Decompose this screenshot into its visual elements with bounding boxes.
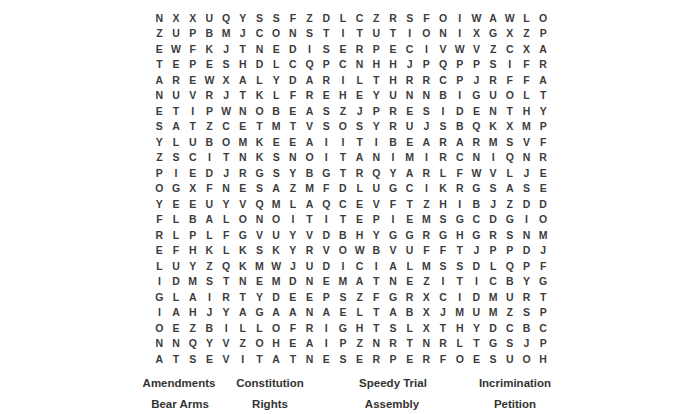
grid-cell[interactable]: G [485, 26, 502, 42]
grid-cell[interactable]: C [251, 26, 268, 42]
grid-cell[interactable]: T [335, 212, 352, 228]
grid-cell[interactable]: R [401, 289, 418, 305]
grid-cell[interactable]: Q [468, 119, 485, 135]
grid-cell[interactable]: U [168, 88, 185, 104]
grid-cell[interactable]: X [501, 119, 518, 135]
grid-cell[interactable]: Y [368, 88, 385, 104]
grid-cell[interactable]: R [385, 103, 402, 119]
grid-cell[interactable]: V [485, 165, 502, 181]
grid-cell[interactable]: A [418, 134, 435, 150]
grid-cell[interactable]: G [501, 212, 518, 228]
grid-cell[interactable]: J [468, 72, 485, 88]
grid-cell[interactable]: T [335, 165, 352, 181]
grid-cell[interactable]: X [184, 10, 201, 26]
grid-cell[interactable]: E [168, 196, 185, 212]
grid-cell[interactable]: L [201, 227, 218, 243]
grid-cell[interactable]: I [518, 212, 535, 228]
grid-cell[interactable]: E [468, 351, 485, 367]
grid-cell[interactable]: J [285, 258, 302, 274]
grid-cell[interactable]: U [468, 305, 485, 321]
grid-cell[interactable]: D [285, 274, 302, 290]
grid-cell[interactable]: D [451, 103, 468, 119]
grid-cell[interactable]: A [168, 119, 185, 135]
grid-cell[interactable]: R [418, 351, 435, 367]
grid-cell[interactable]: C [451, 150, 468, 166]
grid-cell[interactable]: C [351, 258, 368, 274]
grid-cell[interactable]: D [285, 41, 302, 57]
grid-cell[interactable]: P [535, 305, 552, 321]
grid-cell[interactable]: S [335, 289, 352, 305]
grid-cell[interactable]: N [435, 26, 452, 42]
grid-cell[interactable]: F [385, 196, 402, 212]
grid-cell[interactable]: E [468, 103, 485, 119]
grid-cell[interactable]: G [468, 227, 485, 243]
grid-cell[interactable]: E [351, 212, 368, 228]
grid-cell[interactable]: S [335, 351, 352, 367]
grid-cell[interactable]: H [518, 103, 535, 119]
grid-cell[interactable]: H [268, 336, 285, 352]
grid-cell[interactable]: N [351, 57, 368, 73]
grid-cell[interactable]: M [301, 181, 318, 197]
grid-cell[interactable]: N [285, 150, 302, 166]
grid-cell[interactable]: T [151, 57, 168, 73]
grid-cell[interactable]: X [468, 26, 485, 42]
grid-cell[interactable]: G [168, 181, 185, 197]
grid-cell[interactable]: R [535, 150, 552, 166]
grid-cell[interactable]: H [184, 305, 201, 321]
grid-cell[interactable]: Y [218, 196, 235, 212]
grid-cell[interactable]: A [501, 181, 518, 197]
grid-cell[interactable]: E [151, 41, 168, 57]
grid-cell[interactable]: R [485, 72, 502, 88]
grid-cell[interactable]: R [401, 72, 418, 88]
grid-cell[interactable]: Z [351, 336, 368, 352]
grid-cell[interactable]: I [435, 274, 452, 290]
grid-cell[interactable]: Q [251, 196, 268, 212]
grid-cell[interactable]: U [168, 258, 185, 274]
grid-cell[interactable]: O [335, 243, 352, 259]
grid-cell[interactable]: D [335, 181, 352, 197]
grid-cell[interactable]: O [518, 351, 535, 367]
grid-cell[interactable]: H [234, 57, 251, 73]
grid-cell[interactable]: O [535, 212, 552, 228]
grid-cell[interactable]: I [318, 150, 335, 166]
grid-cell[interactable]: U [501, 351, 518, 367]
grid-cell[interactable]: V [468, 41, 485, 57]
grid-cell[interactable]: L [518, 88, 535, 104]
grid-cell[interactable]: P [535, 119, 552, 135]
grid-cell[interactable]: K [251, 88, 268, 104]
grid-cell[interactable]: Q [184, 336, 201, 352]
grid-cell[interactable]: P [368, 41, 385, 57]
grid-cell[interactable]: J [218, 165, 235, 181]
grid-cell[interactable]: N [301, 274, 318, 290]
grid-cell[interactable]: I [168, 165, 185, 181]
grid-cell[interactable]: I [451, 196, 468, 212]
grid-cell[interactable]: F [168, 243, 185, 259]
grid-cell[interactable]: D [318, 10, 335, 26]
grid-cell[interactable]: M [218, 26, 235, 42]
grid-cell[interactable]: R [301, 320, 318, 336]
grid-cell[interactable]: I [318, 336, 335, 352]
grid-cell[interactable]: C [335, 196, 352, 212]
grid-cell[interactable]: S [501, 227, 518, 243]
grid-cell[interactable]: Z [151, 26, 168, 42]
grid-cell[interactable]: L [251, 72, 268, 88]
grid-cell[interactable]: L [518, 10, 535, 26]
grid-cell[interactable]: L [401, 320, 418, 336]
grid-cell[interactable]: E [401, 351, 418, 367]
grid-cell[interactable]: F [201, 181, 218, 197]
grid-cell[interactable]: X [184, 181, 201, 197]
grid-cell[interactable]: Z [501, 196, 518, 212]
grid-cell[interactable]: S [318, 103, 335, 119]
grid-cell[interactable]: O [251, 336, 268, 352]
grid-cell[interactable]: O [251, 103, 268, 119]
grid-cell[interactable]: O [335, 119, 352, 135]
grid-cell[interactable]: R [435, 150, 452, 166]
grid-cell[interactable]: S [451, 258, 468, 274]
grid-cell[interactable]: T [401, 196, 418, 212]
grid-cell[interactable]: F [218, 227, 235, 243]
grid-cell[interactable]: E [535, 181, 552, 197]
grid-cell[interactable]: Y [285, 227, 302, 243]
grid-cell[interactable]: T [234, 289, 251, 305]
grid-cell[interactable]: F [285, 10, 302, 26]
grid-cell[interactable]: A [318, 305, 335, 321]
grid-cell[interactable]: E [285, 289, 302, 305]
grid-cell[interactable]: L [168, 227, 185, 243]
grid-cell[interactable]: A [385, 305, 402, 321]
grid-cell[interactable]: Z [351, 289, 368, 305]
grid-cell[interactable]: V [234, 196, 251, 212]
grid-cell[interactable]: E [318, 274, 335, 290]
grid-cell[interactable]: V [184, 88, 201, 104]
grid-cell[interactable]: O [535, 10, 552, 26]
grid-cell[interactable]: A [234, 305, 251, 321]
grid-cell[interactable]: H [385, 72, 402, 88]
grid-cell[interactable]: A [351, 274, 368, 290]
grid-cell[interactable]: L [351, 72, 368, 88]
grid-cell[interactable]: U [268, 227, 285, 243]
grid-cell[interactable]: N [151, 88, 168, 104]
grid-cell[interactable]: N [418, 336, 435, 352]
grid-cell[interactable]: S [501, 336, 518, 352]
grid-cell[interactable]: A [301, 196, 318, 212]
grid-cell[interactable]: O [151, 181, 168, 197]
grid-cell[interactable]: D [318, 227, 335, 243]
grid-cell[interactable]: R [301, 243, 318, 259]
grid-cell[interactable]: B [451, 119, 468, 135]
grid-cell[interactable]: M [518, 119, 535, 135]
grid-cell[interactable]: K [234, 258, 251, 274]
grid-cell[interactable]: S [268, 150, 285, 166]
grid-cell[interactable]: A [184, 289, 201, 305]
grid-cell[interactable]: J [218, 41, 235, 57]
grid-cell[interactable]: N [151, 10, 168, 26]
grid-cell[interactable]: L [285, 196, 302, 212]
grid-cell[interactable]: P [184, 227, 201, 243]
grid-cell[interactable]: M [485, 134, 502, 150]
grid-cell[interactable]: E [401, 212, 418, 228]
grid-cell[interactable]: A [285, 305, 302, 321]
grid-cell[interactable]: W [351, 243, 368, 259]
grid-cell[interactable]: E [184, 165, 201, 181]
grid-cell[interactable]: W [268, 258, 285, 274]
grid-cell[interactable]: E [251, 274, 268, 290]
grid-cell[interactable]: K [234, 243, 251, 259]
grid-cell[interactable]: P [451, 57, 468, 73]
grid-cell[interactable]: H [535, 351, 552, 367]
grid-cell[interactable]: G [451, 212, 468, 228]
grid-cell[interactable]: C [435, 289, 452, 305]
grid-cell[interactable]: A [385, 258, 402, 274]
grid-cell[interactable]: N [368, 336, 385, 352]
grid-cell[interactable]: G [385, 227, 402, 243]
grid-cell[interactable]: D [485, 212, 502, 228]
grid-cell[interactable]: R [468, 134, 485, 150]
grid-cell[interactable]: E [184, 196, 201, 212]
grid-cell[interactable]: A [301, 103, 318, 119]
grid-cell[interactable]: X [418, 305, 435, 321]
grid-cell[interactable]: E [351, 196, 368, 212]
grid-cell[interactable]: W [451, 41, 468, 57]
grid-cell[interactable]: R [535, 57, 552, 73]
grid-cell[interactable]: C [501, 320, 518, 336]
grid-cell[interactable]: V [218, 336, 235, 352]
grid-cell[interactable]: I [451, 289, 468, 305]
grid-cell[interactable]: G [468, 88, 485, 104]
grid-cell[interactable]: D [285, 72, 302, 88]
grid-cell[interactable]: N [518, 227, 535, 243]
grid-cell[interactable]: E [385, 41, 402, 57]
grid-cell[interactable]: P [385, 351, 402, 367]
grid-cell[interactable]: C [501, 41, 518, 57]
grid-cell[interactable]: A [268, 305, 285, 321]
grid-cell[interactable]: T [335, 150, 352, 166]
grid-cell[interactable]: T [351, 134, 368, 150]
grid-cell[interactable]: I [451, 88, 468, 104]
grid-cell[interactable]: C [401, 41, 418, 57]
grid-cell[interactable]: E [201, 351, 218, 367]
grid-cell[interactable]: T [535, 289, 552, 305]
grid-cell[interactable]: Y [368, 227, 385, 243]
grid-cell[interactable]: F [535, 134, 552, 150]
grid-cell[interactable]: N [218, 181, 235, 197]
grid-cell[interactable]: N [251, 212, 268, 228]
grid-cell[interactable]: T [251, 351, 268, 367]
grid-cell[interactable]: A [151, 72, 168, 88]
grid-cell[interactable]: E [201, 57, 218, 73]
grid-cell[interactable]: N [368, 150, 385, 166]
grid-cell[interactable]: S [385, 320, 402, 336]
grid-cell[interactable]: C [335, 57, 352, 73]
grid-cell[interactable]: G [385, 289, 402, 305]
grid-cell[interactable]: T [385, 26, 402, 42]
grid-cell[interactable]: S [268, 10, 285, 26]
grid-cell[interactable]: M [451, 305, 468, 321]
grid-cell[interactable]: M [535, 227, 552, 243]
grid-cell[interactable]: I [368, 258, 385, 274]
grid-cell[interactable]: X [518, 41, 535, 57]
grid-cell[interactable]: P [318, 57, 335, 73]
grid-cell[interactable]: Z [418, 274, 435, 290]
grid-cell[interactable]: F [418, 243, 435, 259]
grid-cell[interactable]: Y [251, 289, 268, 305]
grid-cell[interactable]: A [268, 351, 285, 367]
grid-cell[interactable]: Y [201, 336, 218, 352]
grid-cell[interactable]: H [368, 57, 385, 73]
grid-cell[interactable]: U [201, 196, 218, 212]
grid-cell[interactable]: I [335, 72, 352, 88]
grid-cell[interactable]: J [234, 26, 251, 42]
grid-cell[interactable]: N [234, 103, 251, 119]
grid-cell[interactable]: A [535, 72, 552, 88]
grid-cell[interactable]: E [168, 320, 185, 336]
grid-cell[interactable]: B [268, 103, 285, 119]
grid-cell[interactable]: E [535, 165, 552, 181]
grid-cell[interactable]: S [435, 119, 452, 135]
grid-cell[interactable]: C [184, 150, 201, 166]
grid-cell[interactable]: U [368, 181, 385, 197]
grid-cell[interactable]: V [218, 351, 235, 367]
grid-cell[interactable]: O [151, 320, 168, 336]
grid-cell[interactable]: N [485, 103, 502, 119]
grid-cell[interactable]: T [218, 150, 235, 166]
grid-cell[interactable]: R [151, 227, 168, 243]
grid-cell[interactable]: P [201, 103, 218, 119]
grid-cell[interactable]: W [168, 41, 185, 57]
grid-cell[interactable]: S [301, 26, 318, 42]
grid-cell[interactable]: U [501, 289, 518, 305]
grid-cell[interactable]: B [501, 274, 518, 290]
grid-cell[interactable]: R [218, 289, 235, 305]
grid-cell[interactable]: S [251, 10, 268, 26]
grid-cell[interactable]: M [184, 274, 201, 290]
grid-cell[interactable]: C [285, 57, 302, 73]
grid-cell[interactable]: K [251, 150, 268, 166]
grid-cell[interactable]: A [168, 305, 185, 321]
grid-cell[interactable]: Z [485, 41, 502, 57]
grid-cell[interactable]: D [468, 258, 485, 274]
grid-cell[interactable]: H [351, 227, 368, 243]
grid-cell[interactable]: S [518, 181, 535, 197]
grid-cell[interactable]: F [285, 88, 302, 104]
grid-cell[interactable]: T [535, 88, 552, 104]
grid-cell[interactable]: R [435, 134, 452, 150]
grid-cell[interactable]: E [335, 305, 352, 321]
grid-cell[interactable]: K [435, 181, 452, 197]
grid-cell[interactable]: O [234, 212, 251, 228]
grid-cell[interactable]: Y [468, 320, 485, 336]
grid-cell[interactable]: S [168, 150, 185, 166]
grid-cell[interactable]: M [418, 258, 435, 274]
grid-cell[interactable]: B [201, 320, 218, 336]
grid-cell[interactable]: T [368, 320, 385, 336]
grid-cell[interactable]: R [518, 289, 535, 305]
grid-cell[interactable]: S [501, 134, 518, 150]
grid-cell[interactable]: Y [151, 134, 168, 150]
grid-cell[interactable]: T [168, 351, 185, 367]
grid-cell[interactable]: F [151, 212, 168, 228]
grid-cell[interactable]: S [184, 351, 201, 367]
grid-cell[interactable]: Y [535, 103, 552, 119]
grid-cell[interactable]: V [251, 227, 268, 243]
grid-cell[interactable]: C [468, 212, 485, 228]
grid-cell[interactable]: L [168, 212, 185, 228]
grid-cell[interactable]: Q [318, 196, 335, 212]
grid-cell[interactable]: S [485, 57, 502, 73]
grid-cell[interactable]: Y [151, 196, 168, 212]
grid-cell[interactable]: B [385, 134, 402, 150]
grid-cell[interactable]: R [451, 181, 468, 197]
grid-cell[interactable]: D [535, 196, 552, 212]
grid-cell[interactable]: Z [418, 196, 435, 212]
grid-cell[interactable]: D [518, 243, 535, 259]
grid-cell[interactable]: W [218, 103, 235, 119]
grid-cell[interactable]: E [151, 243, 168, 259]
grid-cell[interactable]: L [485, 258, 502, 274]
grid-cell[interactable]: A [535, 41, 552, 57]
grid-cell[interactable]: Z [201, 258, 218, 274]
grid-cell[interactable]: V [435, 41, 452, 57]
grid-cell[interactable]: Z [201, 119, 218, 135]
grid-cell[interactable]: R [234, 165, 251, 181]
grid-cell[interactable]: I [318, 320, 335, 336]
grid-cell[interactable]: E [268, 134, 285, 150]
grid-cell[interactable]: A [301, 72, 318, 88]
grid-cell[interactable]: I [218, 320, 235, 336]
grid-cell[interactable]: E [401, 103, 418, 119]
grid-cell[interactable]: F [535, 258, 552, 274]
grid-cell[interactable]: G [251, 305, 268, 321]
grid-cell[interactable]: C [218, 119, 235, 135]
grid-cell[interactable]: T [351, 26, 368, 42]
grid-cell[interactable]: O [268, 320, 285, 336]
grid-cell[interactable]: I [435, 103, 452, 119]
grid-cell[interactable]: F [518, 72, 535, 88]
grid-cell[interactable]: E [335, 41, 352, 57]
grid-cell[interactable]: D [518, 196, 535, 212]
grid-cell[interactable]: E [184, 72, 201, 88]
grid-cell[interactable]: Z [151, 150, 168, 166]
grid-cell[interactable]: N [301, 305, 318, 321]
grid-cell[interactable]: G [435, 227, 452, 243]
grid-cell[interactable]: R [418, 165, 435, 181]
grid-cell[interactable]: M [268, 196, 285, 212]
grid-cell[interactable]: J [218, 88, 235, 104]
grid-cell[interactable]: M [485, 289, 502, 305]
grid-cell[interactable]: B [435, 88, 452, 104]
grid-cell[interactable]: H [451, 227, 468, 243]
grid-cell[interactable]: E [285, 134, 302, 150]
grid-cell[interactable]: I [451, 10, 468, 26]
grid-cell[interactable]: G [485, 336, 502, 352]
grid-cell[interactable]: M [251, 258, 268, 274]
grid-cell[interactable]: B [518, 320, 535, 336]
grid-cell[interactable]: X [501, 26, 518, 42]
grid-cell[interactable]: N [385, 274, 402, 290]
grid-cell[interactable]: B [468, 196, 485, 212]
grid-cell[interactable]: D [318, 258, 335, 274]
grid-cell[interactable]: T [501, 103, 518, 119]
grid-cell[interactable]: L [335, 10, 352, 26]
grid-cell[interactable]: T [301, 212, 318, 228]
grid-cell[interactable]: B [184, 212, 201, 228]
grid-cell[interactable]: L [501, 165, 518, 181]
grid-cell[interactable]: M [268, 274, 285, 290]
grid-cell[interactable]: P [518, 258, 535, 274]
